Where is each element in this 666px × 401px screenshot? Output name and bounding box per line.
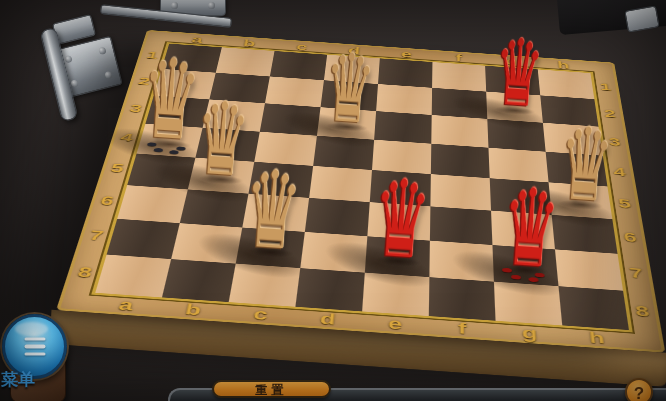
rank-label-8: 8: [625, 291, 659, 332]
queen-glyph: ♛: [369, 165, 432, 275]
square-g1[interactable]: [485, 66, 540, 96]
square-d8[interactable]: [295, 268, 364, 311]
queen-glyph: ♛: [192, 88, 252, 192]
queen-glyph: ♛: [556, 114, 616, 218]
square-d5[interactable]: [309, 166, 372, 202]
square-e3[interactable]: [374, 111, 432, 144]
square-d2[interactable]: [321, 80, 378, 111]
square-e1[interactable]: [378, 58, 432, 87]
rank-label-6: 6: [614, 219, 646, 256]
square-f3[interactable]: [431, 115, 488, 148]
square-f4[interactable]: [431, 144, 490, 179]
square-c1[interactable]: [270, 51, 327, 80]
square-d3[interactable]: [317, 107, 376, 139]
mahogany-trim: [0, 0, 63, 18]
square-g2[interactable]: [486, 92, 543, 123]
square-a4[interactable]: [137, 124, 203, 158]
square-a1[interactable]: [162, 44, 222, 73]
board-frame: aabbccddeeffgghh1122334455667788♛♛♛♛♛♛♛♛: [56, 30, 665, 353]
piece-red-queen-e7[interactable]: ♛: [365, 236, 430, 277]
queen-glyph: ♛: [240, 156, 303, 266]
square-b8[interactable]: [162, 259, 236, 302]
rank-label-1: 1: [592, 73, 619, 101]
menu-label: 菜单: [1, 368, 63, 391]
help-button[interactable]: ?: [625, 378, 653, 401]
piece-red-queen-g7[interactable]: ♛: [492, 245, 558, 286]
rank-label-5: 5: [609, 187, 640, 221]
square-a6[interactable]: [117, 185, 188, 223]
square-e2[interactable]: [376, 84, 432, 115]
square-g3[interactable]: [487, 119, 545, 152]
square-f6[interactable]: [430, 206, 493, 245]
gloss-highlight: [15, 322, 48, 336]
square-c3[interactable]: [260, 103, 321, 135]
square-b1[interactable]: [216, 47, 275, 76]
board-scene: aabbccddeeffgghh1122334455667788♛♛♛♛♛♛♛♛: [107, 0, 637, 401]
square-d6[interactable]: [305, 198, 370, 236]
hamburger-icon: [24, 337, 45, 356]
square-a8[interactable]: [95, 255, 171, 298]
piece-wood-queen-c7[interactable]: ♛: [236, 228, 305, 269]
rank-label-7: 7: [620, 254, 653, 293]
square-h1[interactable]: [538, 69, 595, 99]
piece-wood-queen-b5[interactable]: ♛: [188, 158, 254, 194]
square-c2[interactable]: [265, 76, 324, 107]
square-f5[interactable]: [430, 174, 491, 211]
square-f2[interactable]: [432, 88, 488, 119]
square-h6[interactable]: [552, 215, 618, 254]
queen-glyph: ♛: [498, 174, 561, 284]
square-b6[interactable]: [180, 189, 249, 227]
square-h8[interactable]: [558, 286, 628, 330]
square-h7[interactable]: [555, 249, 623, 290]
game-stage: aabbccddeeffgghh1122334455667788♛♛♛♛♛♛♛♛…: [0, 0, 666, 401]
square-a7[interactable]: [107, 219, 180, 259]
reset-button[interactable]: 重置: [212, 380, 331, 398]
square-d4[interactable]: [313, 136, 374, 170]
square-d1[interactable]: [324, 55, 380, 84]
square-f1[interactable]: [432, 62, 486, 92]
